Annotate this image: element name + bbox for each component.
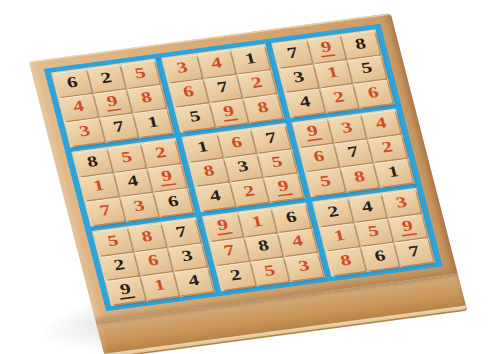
tile-r7c7[interactable]: 2 [314, 198, 352, 225]
tile-digit: 7 [174, 224, 188, 240]
tile-digit: 2 [250, 75, 264, 91]
tile-r2c3[interactable]: 8 [128, 85, 166, 112]
tile-digit: 6 [230, 134, 244, 150]
tile-digit: 4 [126, 173, 140, 189]
tile-r8c7[interactable]: 1 [321, 223, 359, 250]
tile-digit: 9 [116, 281, 135, 300]
tile-digit: 2 [112, 257, 126, 273]
tile-r6c3[interactable]: 6 [154, 189, 192, 216]
tile-r6c7[interactable]: 5 [307, 168, 345, 195]
tile-digit: 7 [216, 79, 230, 95]
tile-r1c2[interactable]: 2 [87, 65, 125, 92]
block-2-3: 934672581 [292, 108, 416, 197]
tile-r3c7[interactable]: 4 [286, 89, 324, 116]
tile-digit: 7 [346, 144, 360, 160]
block-3-1: 587263914 [92, 217, 216, 306]
tile-digit: 9 [220, 103, 239, 122]
tile-r4c8[interactable]: 3 [328, 115, 366, 142]
tile-r9c3[interactable]: 4 [175, 268, 213, 295]
tile-r4c1[interactable]: 8 [74, 149, 112, 176]
tile-r1c1[interactable]: 6 [53, 69, 91, 96]
tile-r2c6[interactable]: 2 [238, 70, 276, 97]
tile-digit: 2 [99, 70, 113, 86]
tile-r6c5[interactable]: 2 [231, 178, 269, 205]
tile-digit: 2 [229, 267, 243, 283]
tile-r7c2[interactable]: 8 [128, 223, 166, 250]
tile-r8c6[interactable]: 4 [279, 229, 317, 256]
tile-r7c9[interactable]: 3 [383, 189, 421, 216]
tile-digit: 5 [318, 173, 332, 189]
tile-r4c3[interactable]: 2 [142, 139, 180, 166]
tile-r9c7[interactable]: 8 [327, 248, 365, 275]
tile-r8c4[interactable]: 7 [211, 238, 249, 265]
tile-digit: 7 [285, 45, 299, 61]
tile-r6c2[interactable]: 3 [120, 193, 158, 220]
tile-r6c1[interactable]: 7 [86, 198, 124, 225]
tile-r6c8[interactable]: 8 [341, 164, 379, 191]
tile-digit: 5 [270, 154, 284, 170]
tile-r5c8[interactable]: 7 [334, 139, 372, 166]
tile-digit: 6 [366, 85, 380, 101]
tile-r9c9[interactable]: 7 [395, 238, 433, 265]
tile-digit: 8 [85, 153, 99, 169]
tile-r7c4[interactable]: 9 [204, 213, 242, 240]
tile-r3c4[interactable]: 5 [176, 104, 214, 131]
tile-digit: 7 [222, 243, 236, 259]
tile-digit: 1 [196, 139, 210, 155]
tile-digit: 1 [332, 228, 346, 244]
tile-digit: 2 [242, 183, 256, 199]
tile-r3c2[interactable]: 7 [100, 114, 138, 141]
tile-r1c6[interactable]: 1 [232, 46, 270, 73]
tile-r5c1[interactable]: 1 [80, 173, 118, 200]
tile-digit: 1 [326, 65, 340, 81]
tile-r5c2[interactable]: 4 [114, 169, 152, 196]
block-3-3: 243159867 [312, 188, 436, 277]
tile-digit: 6 [181, 84, 195, 100]
tile-digit: 1 [153, 277, 167, 293]
tile-r6c6[interactable]: 9 [265, 174, 303, 201]
tile-r1c3[interactable]: 5 [121, 60, 159, 87]
tile-digit: 8 [256, 238, 270, 254]
sudoku-box: 6254983713416725987983154268521497361678… [29, 13, 467, 354]
tile-digit: 7 [98, 203, 112, 219]
tile-digit: 5 [120, 149, 134, 165]
tile-digit: 1 [146, 114, 160, 130]
tile-digit: 8 [202, 163, 216, 179]
tile-digit: 3 [78, 123, 92, 139]
tile-r9c2[interactable]: 1 [141, 272, 179, 299]
tile-digit: 1 [243, 50, 257, 66]
tile-digit: 9 [317, 39, 336, 58]
tile-digit: 9 [303, 123, 322, 142]
tile-r8c2[interactable]: 6 [134, 248, 172, 275]
tile-digit: 9 [158, 168, 177, 187]
tile-r2c7[interactable]: 3 [280, 64, 318, 91]
tile-digit: 3 [236, 159, 250, 175]
tile-r5c4[interactable]: 8 [190, 158, 228, 185]
tile-digit: 6 [65, 74, 79, 90]
tile-digit: 5 [106, 233, 120, 249]
tile-digit: 5 [188, 109, 202, 125]
tile-r8c3[interactable]: 3 [169, 243, 207, 270]
tile-r5c9[interactable]: 2 [368, 135, 406, 162]
tile-digit: 4 [298, 94, 312, 110]
tile-r9c5[interactable]: 5 [251, 258, 289, 285]
tile-r2c8[interactable]: 1 [314, 60, 352, 87]
tile-r4c7[interactable]: 9 [294, 119, 332, 146]
tile-r8c9[interactable]: 9 [389, 214, 427, 241]
tile-digit: 4 [71, 99, 85, 115]
block-2-1: 852149736 [71, 138, 195, 227]
tile-r2c5[interactable]: 7 [204, 75, 242, 102]
tile-r8c8[interactable]: 5 [355, 218, 393, 245]
tile-digit: 8 [140, 228, 154, 244]
tile-r7c6[interactable]: 6 [272, 204, 310, 231]
tile-digit: 1 [92, 178, 106, 194]
tile-r5c3[interactable]: 9 [148, 164, 186, 191]
tile-digit: 7 [407, 243, 421, 259]
tile-r7c5[interactable]: 1 [238, 209, 276, 236]
tile-r9c6[interactable]: 3 [285, 253, 323, 280]
tile-r2c4[interactable]: 6 [170, 79, 208, 106]
tile-digit: 1 [250, 214, 264, 230]
tile-digit: 6 [312, 149, 326, 165]
tile-digit: 4 [374, 115, 388, 131]
tile-r1c7[interactable]: 7 [274, 40, 312, 67]
tile-digit: 5 [367, 223, 381, 239]
tile-r4c9[interactable]: 4 [362, 110, 400, 137]
tile-digit: 8 [339, 252, 353, 268]
tile-r4c5[interactable]: 6 [218, 129, 256, 156]
tile-r3c8[interactable]: 2 [320, 84, 358, 111]
tile-digit: 4 [187, 273, 201, 289]
tile-r1c9[interactable]: 8 [342, 31, 380, 58]
tile-digit: 4 [360, 199, 374, 215]
tile-r9c4[interactable]: 2 [217, 262, 255, 289]
tile-digit: 9 [274, 177, 293, 196]
block-1-1: 625498371 [51, 59, 175, 148]
tile-digit: 8 [353, 36, 367, 52]
tile-digit: 4 [208, 188, 222, 204]
tile-r8c5[interactable]: 8 [245, 233, 283, 260]
tile-digit: 3 [175, 59, 189, 75]
tile-digit: 6 [146, 253, 160, 269]
tile-digit: 5 [263, 263, 277, 279]
tile-digit: 7 [264, 130, 278, 146]
tile-r4c2[interactable]: 5 [108, 144, 146, 171]
tile-r7c3[interactable]: 7 [162, 219, 200, 246]
tile-digit: 9 [214, 217, 233, 236]
tile-r1c5[interactable]: 4 [197, 50, 235, 77]
tile-r5c7[interactable]: 6 [300, 144, 338, 171]
tile-digit: 8 [140, 90, 154, 106]
tile-digit: 3 [180, 248, 194, 264]
tile-r6c4[interactable]: 4 [196, 183, 234, 210]
tile-r6c9[interactable]: 1 [375, 159, 413, 186]
tile-digit: 4 [290, 233, 304, 249]
tile-r4c4[interactable]: 1 [184, 134, 222, 161]
tile-r5c6[interactable]: 5 [258, 149, 296, 176]
tile-digit: 2 [326, 203, 340, 219]
tile-digit: 5 [133, 65, 147, 81]
box-base-strip [104, 306, 467, 354]
tile-digit: 1 [387, 164, 401, 180]
tray-surface: 6254983713416725987983154268521497361678… [44, 24, 443, 311]
tile-digit: 3 [297, 258, 311, 274]
tile-digit: 3 [132, 198, 146, 214]
tile-digit: 2 [332, 89, 346, 105]
tile-digit: 4 [209, 55, 223, 71]
tile-r9c8[interactable]: 6 [361, 243, 399, 270]
tile-digit: 2 [380, 140, 394, 156]
tile-r2c9[interactable]: 5 [348, 55, 386, 82]
tile-r3c5[interactable]: 9 [210, 99, 248, 126]
tile-digit: 9 [103, 93, 122, 112]
tile-digit: 6 [373, 248, 387, 264]
block-1-2: 341672598 [161, 44, 285, 133]
tile-r5c5[interactable]: 3 [224, 154, 262, 181]
tile-r3c1[interactable]: 3 [66, 118, 104, 145]
tile-digit: 8 [352, 169, 366, 185]
tile-r3c9[interactable]: 6 [354, 80, 392, 107]
sudoku-board: 6254983713416725987983154268521497361678… [51, 29, 436, 306]
tile-r2c2[interactable]: 9 [94, 89, 132, 116]
tile-r4c6[interactable]: 7 [252, 125, 290, 152]
tile-digit: 6 [284, 209, 298, 225]
block-1-3: 798315426 [271, 29, 395, 118]
tile-r3c6[interactable]: 8 [244, 95, 282, 122]
tile-r7c1[interactable]: 5 [94, 228, 132, 255]
block-3-2: 916784253 [202, 202, 326, 291]
tile-r1c4[interactable]: 3 [163, 55, 201, 82]
tile-r9c1[interactable]: 9 [107, 277, 145, 304]
tile-r8c1[interactable]: 2 [100, 252, 138, 279]
tile-digit: 3 [292, 69, 306, 85]
tile-digit: 2 [154, 144, 168, 160]
tile-r2c1[interactable]: 4 [60, 94, 98, 121]
tile-digit: 3 [340, 120, 354, 136]
tile-digit: 6 [166, 193, 180, 209]
tile-r7c8[interactable]: 4 [348, 194, 386, 221]
tile-r3c3[interactable]: 1 [134, 109, 172, 136]
tile-digit: 7 [112, 119, 126, 135]
tile-digit: 9 [398, 217, 417, 236]
tile-digit: 5 [360, 60, 374, 76]
tile-digit: 8 [256, 99, 270, 115]
block-2-2: 167835429 [181, 123, 305, 212]
board-frame: 6254983713416725987983154268521497361678… [29, 13, 458, 322]
tile-digit: 3 [394, 194, 408, 210]
tile-r1c8[interactable]: 9 [308, 35, 346, 62]
